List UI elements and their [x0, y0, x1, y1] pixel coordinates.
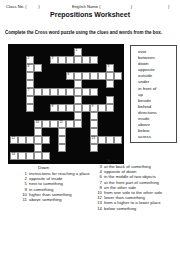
clue-row: 14below something: [93, 206, 179, 211]
black-cell: [10, 128, 18, 136]
answer-cell[interactable]: [42, 152, 50, 160]
black-cell: [34, 48, 42, 56]
clue-row: 11above something: [18, 197, 94, 202]
black-cell: [98, 128, 106, 136]
black-cell: [114, 88, 122, 96]
black-cell: [98, 80, 106, 88]
crossword-grid: 1234567891011121314: [10, 48, 122, 160]
answer-cell[interactable]: 6: [66, 72, 74, 80]
answer-cell[interactable]: [74, 56, 82, 64]
black-cell: [18, 48, 26, 56]
page-title: Prepositions Worksheet: [0, 11, 180, 18]
black-cell: [114, 80, 122, 88]
black-cell: [58, 112, 66, 120]
black-cell: [74, 136, 82, 144]
clue-row-number: 11: [18, 197, 27, 202]
black-cell: [34, 96, 42, 104]
black-cell: [114, 64, 122, 72]
across-clues-list: 3at the back of something4opposite of do…: [93, 164, 179, 211]
black-cell: [74, 152, 82, 160]
answer-cell[interactable]: [66, 104, 74, 112]
answer-cell[interactable]: [82, 72, 90, 80]
answer-cell[interactable]: [26, 152, 34, 160]
answer-cell[interactable]: 13: [90, 136, 98, 144]
clue-number: 11: [60, 121, 63, 125]
answer-cell[interactable]: [106, 72, 114, 80]
black-cell: [18, 120, 26, 128]
black-cell: [90, 96, 98, 104]
clue-number: 10: [36, 121, 40, 125]
black-cell: [50, 48, 58, 56]
black-cell: [50, 144, 58, 152]
answer-cell[interactable]: [34, 136, 42, 144]
black-cell: [114, 104, 122, 112]
black-cell: [58, 64, 66, 72]
answer-cell[interactable]: [74, 120, 82, 128]
down-clues-list: 1instructions for reaching a place2oppos…: [18, 171, 94, 202]
black-cell: [18, 72, 26, 80]
answer-cell[interactable]: [66, 56, 74, 64]
answer-cell[interactable]: 8: [50, 104, 58, 112]
black-cell: [26, 144, 34, 152]
black-cell: [106, 144, 114, 152]
answer-cell[interactable]: [74, 72, 82, 80]
clue-number: 9: [92, 105, 94, 109]
header-line: Class No. ( ) English Name ( ) ): [0, 4, 180, 11]
black-cell: [18, 64, 26, 72]
answer-cell[interactable]: [42, 136, 50, 144]
answer-cell[interactable]: [58, 128, 66, 136]
black-cell: [114, 96, 122, 104]
answer-cell[interactable]: [74, 112, 82, 120]
black-cell: [66, 128, 74, 136]
answer-cell[interactable]: [90, 144, 98, 152]
black-cell: [10, 120, 18, 128]
black-cell: [66, 112, 74, 120]
clue-number: 12: [12, 137, 16, 141]
answer-cell[interactable]: [42, 88, 50, 96]
answer-cell[interactable]: [90, 120, 98, 128]
answer-cell[interactable]: 9: [90, 104, 98, 112]
answer-cell[interactable]: [82, 88, 90, 96]
answer-cell[interactable]: [26, 136, 34, 144]
black-cell: [106, 112, 114, 120]
black-cell: [98, 120, 106, 128]
clue-row-text: below something: [104, 206, 179, 211]
answer-cell[interactable]: [74, 80, 82, 88]
answer-cell[interactable]: [106, 136, 114, 144]
clue-row-number: 14: [93, 206, 102, 211]
black-cell: [66, 152, 74, 160]
worksheet-page: Class No. ( ) English Name ( ) ) Preposi…: [0, 0, 180, 255]
black-cell: [10, 48, 18, 56]
answer-cell[interactable]: 4: [26, 64, 34, 72]
answer-cell[interactable]: [26, 104, 34, 112]
black-cell: [50, 128, 58, 136]
down-clues-header: Down: [38, 165, 94, 170]
black-cell: [74, 64, 82, 72]
answer-cell[interactable]: [34, 128, 42, 136]
black-cell: [98, 48, 106, 56]
black-cell: [50, 64, 58, 72]
black-cell: [74, 128, 82, 136]
answer-cell[interactable]: 2: [26, 56, 34, 64]
answer-cell[interactable]: [42, 120, 50, 128]
clue-row-text: above something: [29, 197, 94, 202]
black-cell: [42, 48, 50, 56]
crossword-board: 1234567891011121314: [8, 44, 124, 164]
black-cell: [98, 88, 106, 96]
black-cell: [82, 144, 90, 152]
answer-cell[interactable]: [82, 104, 90, 112]
black-cell: [82, 112, 90, 120]
black-cell: [66, 144, 74, 152]
answer-cell[interactable]: 7: [26, 88, 34, 96]
answer-cell[interactable]: 10: [34, 120, 42, 128]
answer-cell[interactable]: [34, 144, 42, 152]
answer-cell[interactable]: [58, 144, 66, 152]
black-cell: [42, 128, 50, 136]
black-cell: [114, 120, 122, 128]
black-cell: [50, 80, 58, 88]
black-cell: [82, 48, 90, 56]
answer-cell[interactable]: [82, 56, 90, 64]
black-cell: [66, 48, 74, 56]
black-cell: [18, 104, 26, 112]
black-cell: [58, 152, 66, 160]
black-cell: [10, 112, 18, 120]
black-cell: [114, 48, 122, 56]
black-cell: [66, 96, 74, 104]
answer-cell[interactable]: [58, 56, 66, 64]
class-no-field: Class No. ( ): [6, 4, 40, 9]
black-cell: [18, 112, 26, 120]
black-cell: [98, 56, 106, 64]
answer-cell[interactable]: 1: [74, 48, 82, 56]
black-cell: [10, 96, 18, 104]
black-cell: [18, 88, 26, 96]
black-cell: [10, 64, 18, 72]
black-cell: [106, 56, 114, 64]
black-cell: [82, 64, 90, 72]
black-cell: [58, 72, 66, 80]
black-cell: [82, 136, 90, 144]
answer-cell[interactable]: [58, 136, 66, 144]
black-cell: [10, 56, 18, 64]
black-cell: [90, 64, 98, 72]
answer-cell[interactable]: 12: [10, 136, 18, 144]
clue-number: 4: [28, 65, 30, 69]
answer-cell[interactable]: [74, 88, 82, 96]
black-cell: [34, 80, 42, 88]
black-cell: [82, 128, 90, 136]
black-cell: [18, 80, 26, 88]
black-cell: [10, 72, 18, 80]
answer-cell[interactable]: [114, 72, 122, 80]
black-cell: [26, 112, 34, 120]
black-cell: [98, 64, 106, 72]
black-cell: [18, 128, 26, 136]
black-cell: [34, 56, 42, 64]
answer-cell[interactable]: [90, 88, 98, 96]
black-cell: [82, 96, 90, 104]
black-cell: [114, 56, 122, 64]
answer-cell[interactable]: [18, 152, 26, 160]
across-clues-header: Across: [107, 158, 179, 163]
clue-number: 13: [92, 137, 96, 141]
english-name-field: English Name ( ): [72, 4, 132, 9]
answer-cell[interactable]: [106, 80, 114, 88]
answer-cell[interactable]: [26, 80, 34, 88]
answer-cell[interactable]: [50, 120, 58, 128]
answer-cell[interactable]: 3: [50, 56, 58, 64]
instruction-text: Complete the Cross word puzzle using the…: [5, 30, 177, 35]
black-cell: [42, 112, 50, 120]
answer-cell[interactable]: [34, 152, 42, 160]
answer-cell[interactable]: [114, 136, 122, 144]
clue-number: 6: [68, 73, 70, 77]
clue-number: 2: [28, 57, 30, 61]
answer-cell[interactable]: [90, 128, 98, 136]
answer-cell[interactable]: [106, 96, 114, 104]
black-cell: [34, 104, 42, 112]
clue-number: 7: [28, 89, 30, 93]
answer-cell[interactable]: [74, 104, 82, 112]
black-cell: [114, 128, 122, 136]
black-cell: [42, 80, 50, 88]
black-cell: [114, 144, 122, 152]
black-cell: [90, 80, 98, 88]
black-cell: [58, 48, 66, 56]
black-cell: [18, 56, 26, 64]
black-cell: [42, 104, 50, 112]
answer-cell[interactable]: [50, 88, 58, 96]
answer-cell[interactable]: [66, 120, 74, 128]
word-box-word: across: [138, 134, 175, 140]
black-cell: [50, 136, 58, 144]
answer-cell[interactable]: [90, 72, 98, 80]
black-cell: [74, 144, 82, 152]
answer-cell[interactable]: [74, 96, 82, 104]
answer-cell[interactable]: [26, 96, 34, 104]
answer-cell[interactable]: [66, 88, 74, 96]
across-clues-section: Across 3at the back of something4opposit…: [93, 158, 179, 211]
clue-number: 3: [52, 57, 54, 61]
header-paren: ): [168, 4, 169, 9]
clue-number: 5: [108, 65, 110, 69]
black-cell: [50, 72, 58, 80]
black-cell: [42, 96, 50, 104]
answer-cell[interactable]: [90, 56, 98, 64]
answer-cell[interactable]: 5: [106, 64, 114, 72]
black-cell: [98, 144, 106, 152]
black-cell: [10, 104, 18, 112]
answer-cell[interactable]: [58, 88, 66, 96]
black-cell: [42, 56, 50, 64]
black-cell: [106, 120, 114, 128]
answer-cell[interactable]: 14: [10, 152, 18, 160]
down-clues-section: Down 1instructions for reaching a place2…: [18, 165, 94, 202]
black-cell: [10, 144, 18, 152]
answer-cell[interactable]: [106, 104, 114, 112]
black-cell: [34, 112, 42, 120]
answer-cell[interactable]: 11: [58, 120, 66, 128]
answer-cell[interactable]: [58, 104, 66, 112]
black-cell: [66, 136, 74, 144]
black-cell: [34, 72, 42, 80]
black-cell: [42, 72, 50, 80]
black-cell: [50, 112, 58, 120]
black-cell: [82, 80, 90, 88]
answer-cell[interactable]: [90, 112, 98, 120]
black-cell: [26, 120, 34, 128]
black-cell: [42, 64, 50, 72]
clue-number: 1: [76, 49, 78, 53]
clue-number: 14: [12, 153, 16, 157]
clue-number: 8: [52, 105, 54, 109]
black-cell: [42, 144, 50, 152]
answer-cell[interactable]: [98, 104, 106, 112]
black-cell: [66, 64, 74, 72]
black-cell: [10, 80, 18, 88]
answer-cell[interactable]: [98, 72, 106, 80]
word-box: overbetweendownoppositeoutsideunderin fr…: [130, 45, 177, 143]
black-cell: [26, 128, 34, 136]
black-cell: [50, 96, 58, 104]
black-cell: [90, 48, 98, 56]
black-cell: [50, 152, 58, 160]
black-cell: [114, 112, 122, 120]
black-cell: [58, 96, 66, 104]
answer-cell[interactable]: [34, 64, 42, 72]
black-cell: [18, 96, 26, 104]
black-cell: [106, 88, 114, 96]
answer-cell[interactable]: [98, 136, 106, 144]
black-cell: [98, 112, 106, 120]
black-cell: [98, 96, 106, 104]
black-cell: [58, 80, 66, 88]
black-cell: [106, 48, 114, 56]
black-cell: [66, 80, 74, 88]
black-cell: [106, 128, 114, 136]
black-cell: [10, 88, 18, 96]
black-cell: [18, 144, 26, 152]
answer-cell[interactable]: [18, 136, 26, 144]
answer-cell[interactable]: [34, 88, 42, 96]
black-cell: [26, 48, 34, 56]
answer-cell[interactable]: [26, 72, 34, 80]
black-cell: [82, 120, 90, 128]
black-cell: [82, 152, 90, 160]
